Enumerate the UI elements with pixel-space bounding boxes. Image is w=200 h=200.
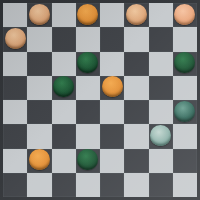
square-r5c4-dark[interactable]: [100, 124, 124, 148]
checker-piece-green[interactable]: [174, 101, 195, 122]
checker-piece-green[interactable]: [53, 76, 74, 97]
square-r1c0-dark[interactable]: [3, 27, 27, 51]
square-r7c5-light[interactable]: [124, 173, 148, 197]
square-r1c2-dark[interactable]: [52, 27, 76, 51]
checker-piece-orange[interactable]: [102, 76, 123, 97]
square-r2c4-light[interactable]: [100, 52, 124, 76]
square-r0c6-light[interactable]: [149, 3, 173, 27]
square-r6c3-dark[interactable]: [76, 149, 100, 173]
checkers-board: [3, 3, 197, 197]
square-r3c1-light[interactable]: [27, 76, 51, 100]
square-r1c5-light[interactable]: [124, 27, 148, 51]
square-r5c6-dark[interactable]: [149, 124, 173, 148]
square-r0c7-dark[interactable]: [173, 3, 197, 27]
square-r5c7-light[interactable]: [173, 124, 197, 148]
square-r1c4-dark[interactable]: [100, 27, 124, 51]
square-r6c4-light[interactable]: [100, 149, 124, 173]
square-r4c4-light[interactable]: [100, 100, 124, 124]
square-r3c2-dark[interactable]: [52, 76, 76, 100]
checker-piece-orange[interactable]: [29, 4, 50, 25]
square-r3c6-dark[interactable]: [149, 76, 173, 100]
square-r3c0-dark[interactable]: [3, 76, 27, 100]
square-r5c0-dark[interactable]: [3, 124, 27, 148]
square-r3c4-dark[interactable]: [100, 76, 124, 100]
square-r4c7-dark[interactable]: [173, 100, 197, 124]
square-r7c1-light[interactable]: [27, 173, 51, 197]
square-r6c7-dark[interactable]: [173, 149, 197, 173]
checker-piece-orange[interactable]: [29, 149, 50, 170]
square-r7c3-light[interactable]: [76, 173, 100, 197]
checker-piece-orange[interactable]: [126, 4, 147, 25]
square-r3c7-light[interactable]: [173, 76, 197, 100]
square-r2c1-dark[interactable]: [27, 52, 51, 76]
square-r4c0-light[interactable]: [3, 100, 27, 124]
checkers-board-frame: [0, 0, 200, 200]
square-r0c2-light[interactable]: [52, 3, 76, 27]
square-r7c4-dark[interactable]: [100, 173, 124, 197]
checker-piece-orange[interactable]: [174, 4, 195, 25]
square-r3c3-light[interactable]: [76, 76, 100, 100]
square-r1c6-dark[interactable]: [149, 27, 173, 51]
square-r2c3-dark[interactable]: [76, 52, 100, 76]
square-r4c5-dark[interactable]: [124, 100, 148, 124]
square-r6c1-dark[interactable]: [27, 149, 51, 173]
square-r4c2-light[interactable]: [52, 100, 76, 124]
square-r0c0-light[interactable]: [3, 3, 27, 27]
square-r6c0-light[interactable]: [3, 149, 27, 173]
square-r2c0-light[interactable]: [3, 52, 27, 76]
square-r2c6-light[interactable]: [149, 52, 173, 76]
square-r7c6-dark[interactable]: [149, 173, 173, 197]
square-r7c7-light[interactable]: [173, 173, 197, 197]
checker-piece-orange[interactable]: [5, 28, 26, 49]
square-r7c2-dark[interactable]: [52, 173, 76, 197]
square-r0c5-dark[interactable]: [124, 3, 148, 27]
square-r1c1-light[interactable]: [27, 27, 51, 51]
square-r6c6-light[interactable]: [149, 149, 173, 173]
square-r6c2-light[interactable]: [52, 149, 76, 173]
square-r2c2-light[interactable]: [52, 52, 76, 76]
square-r1c7-light[interactable]: [173, 27, 197, 51]
square-r5c5-light[interactable]: [124, 124, 148, 148]
square-r4c3-dark[interactable]: [76, 100, 100, 124]
square-r0c1-dark[interactable]: [27, 3, 51, 27]
square-r2c5-dark[interactable]: [124, 52, 148, 76]
square-r0c3-dark[interactable]: [76, 3, 100, 27]
square-r0c4-light[interactable]: [100, 3, 124, 27]
square-r3c5-light[interactable]: [124, 76, 148, 100]
square-r4c6-light[interactable]: [149, 100, 173, 124]
square-r7c0-dark[interactable]: [3, 173, 27, 197]
checker-piece-green[interactable]: [174, 52, 195, 73]
square-r6c5-dark[interactable]: [124, 149, 148, 173]
square-r5c1-light[interactable]: [27, 124, 51, 148]
square-r4c1-dark[interactable]: [27, 100, 51, 124]
checker-piece-green[interactable]: [150, 125, 171, 146]
checker-piece-green[interactable]: [77, 149, 98, 170]
checker-piece-orange[interactable]: [77, 4, 98, 25]
square-r5c2-dark[interactable]: [52, 124, 76, 148]
square-r5c3-light[interactable]: [76, 124, 100, 148]
checker-piece-green[interactable]: [77, 52, 98, 73]
square-r2c7-dark[interactable]: [173, 52, 197, 76]
square-r1c3-light[interactable]: [76, 27, 100, 51]
